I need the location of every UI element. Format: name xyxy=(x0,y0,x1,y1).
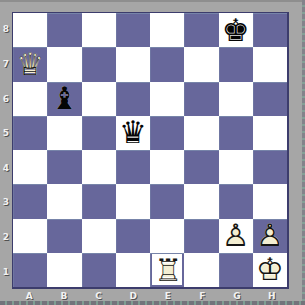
square-h7[interactable] xyxy=(253,47,287,81)
square-e6[interactable] xyxy=(150,82,184,116)
square-g1[interactable] xyxy=(219,253,253,287)
square-d3[interactable] xyxy=(116,184,150,218)
bishop-glyph: ♝ xyxy=(48,83,80,115)
square-g5[interactable] xyxy=(219,116,253,150)
square-a4[interactable] xyxy=(13,150,47,184)
square-a2[interactable] xyxy=(13,219,47,253)
square-f6[interactable] xyxy=(184,82,218,116)
chess-board: ♔♚♛♕♗♝♕♛♟♙♟♙♜♖♚♔ xyxy=(12,12,289,289)
square-h6[interactable] xyxy=(253,82,287,116)
square-h1[interactable]: ♚♔ xyxy=(253,253,287,287)
square-g4[interactable] xyxy=(219,150,253,184)
square-f5[interactable] xyxy=(184,116,218,150)
square-e2[interactable] xyxy=(150,219,184,253)
square-b5[interactable] xyxy=(47,116,81,150)
square-g2[interactable]: ♟♙ xyxy=(219,219,253,253)
square-a1[interactable] xyxy=(13,253,47,287)
square-c7[interactable] xyxy=(82,47,116,81)
pawn-glyph: ♙ xyxy=(254,220,286,252)
square-f2[interactable] xyxy=(184,219,218,253)
white-king-h1[interactable]: ♚♔ xyxy=(254,254,286,286)
square-e1[interactable]: ♜♖ xyxy=(150,253,184,287)
rank-label-6: 6 xyxy=(0,81,12,116)
square-a6[interactable] xyxy=(13,82,47,116)
queen-glyph: ♕ xyxy=(14,48,46,80)
square-e8[interactable] xyxy=(150,13,184,47)
frame-bottom-edge xyxy=(0,301,305,305)
square-d1[interactable] xyxy=(116,253,150,287)
square-d7[interactable] xyxy=(116,47,150,81)
rank-label-1: 1 xyxy=(0,254,12,289)
frame-top-edge xyxy=(0,0,305,2)
square-b2[interactable] xyxy=(47,219,81,253)
square-f1[interactable] xyxy=(184,253,218,287)
rank-label-7: 7 xyxy=(0,47,12,82)
square-b3[interactable] xyxy=(47,184,81,218)
king-glyph: ♔ xyxy=(254,254,286,286)
square-g6[interactable] xyxy=(219,82,253,116)
square-c8[interactable] xyxy=(82,13,116,47)
square-c4[interactable] xyxy=(82,150,116,184)
square-c3[interactable] xyxy=(82,184,116,218)
square-c5[interactable] xyxy=(82,116,116,150)
square-b7[interactable] xyxy=(47,47,81,81)
square-a5[interactable] xyxy=(13,116,47,150)
rook-glyph: ♖ xyxy=(152,254,184,286)
queen-glyph: ♛ xyxy=(117,117,149,149)
square-d8[interactable] xyxy=(116,13,150,47)
square-e4[interactable] xyxy=(150,150,184,184)
white-rook-e1[interactable]: ♜♖ xyxy=(152,254,182,285)
square-e7[interactable] xyxy=(150,47,184,81)
square-b1[interactable] xyxy=(47,253,81,287)
square-c2[interactable] xyxy=(82,219,116,253)
square-h3[interactable] xyxy=(253,184,287,218)
square-g3[interactable] xyxy=(219,184,253,218)
square-f3[interactable] xyxy=(184,184,218,218)
square-f4[interactable] xyxy=(184,150,218,184)
square-h8[interactable] xyxy=(253,13,287,47)
square-e3[interactable] xyxy=(150,184,184,218)
square-c1[interactable] xyxy=(82,253,116,287)
rank-label-8: 8 xyxy=(0,12,12,47)
square-c6[interactable] xyxy=(82,82,116,116)
square-f7[interactable] xyxy=(184,47,218,81)
king-glyph: ♚ xyxy=(220,14,252,46)
square-d6[interactable] xyxy=(116,82,150,116)
square-g8[interactable]: ♔♚ xyxy=(219,13,253,47)
board-frame: ♔♚♛♕♗♝♕♛♟♙♟♙♜♖♚♔ 87654321 ABCDEFGH xyxy=(0,0,305,305)
white-queen-a7[interactable]: ♛♕ xyxy=(14,48,46,80)
rank-label-3: 3 xyxy=(0,185,12,220)
square-h5[interactable] xyxy=(253,116,287,150)
square-d4[interactable] xyxy=(116,150,150,184)
square-h4[interactable] xyxy=(253,150,287,184)
rank-label-4: 4 xyxy=(0,151,12,186)
pawn-glyph: ♙ xyxy=(220,220,252,252)
square-a7[interactable]: ♛♕ xyxy=(13,47,47,81)
white-pawn-h2[interactable]: ♟♙ xyxy=(254,220,286,252)
square-b8[interactable] xyxy=(47,13,81,47)
square-e5[interactable] xyxy=(150,116,184,150)
frame-right-edge xyxy=(302,0,305,305)
square-b6[interactable]: ♗♝ xyxy=(47,82,81,116)
square-f8[interactable] xyxy=(184,13,218,47)
square-a3[interactable] xyxy=(13,184,47,218)
square-a8[interactable] xyxy=(13,13,47,47)
square-h2[interactable]: ♟♙ xyxy=(253,219,287,253)
rank-label-2: 2 xyxy=(0,220,12,255)
square-d2[interactable] xyxy=(116,219,150,253)
black-king-g8[interactable]: ♔♚ xyxy=(220,14,252,46)
rank-label-5: 5 xyxy=(0,116,12,151)
black-bishop-b6[interactable]: ♗♝ xyxy=(48,83,80,115)
white-pawn-g2[interactable]: ♟♙ xyxy=(220,220,252,252)
square-d5[interactable]: ♕♛ xyxy=(116,116,150,150)
square-b4[interactable] xyxy=(47,150,81,184)
black-queen-d5[interactable]: ♕♛ xyxy=(117,117,149,149)
square-g7[interactable] xyxy=(219,47,253,81)
